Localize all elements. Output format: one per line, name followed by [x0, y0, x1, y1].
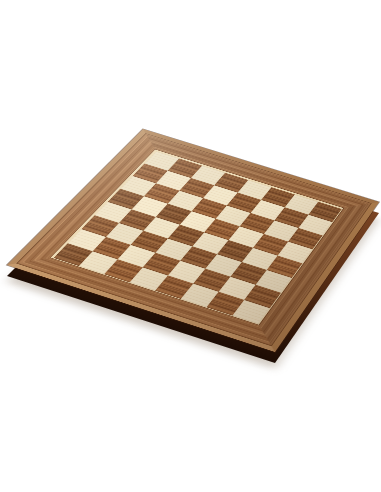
chess-board [7, 129, 379, 352]
product-photo [0, 0, 381, 492]
frame-band [17, 134, 370, 346]
